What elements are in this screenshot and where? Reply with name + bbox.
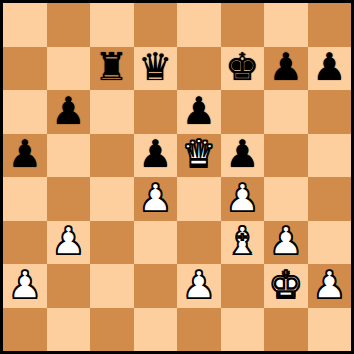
piece-black-king[interactable]: ♚ — [225, 48, 259, 86]
square-e2[interactable]: ♟ — [177, 264, 221, 308]
square-f2[interactable] — [221, 264, 265, 308]
square-a5[interactable]: ♟ — [3, 134, 47, 178]
piece-black-rook[interactable]: ♜ — [95, 48, 129, 86]
square-c5[interactable] — [90, 134, 134, 178]
square-g8[interactable] — [264, 3, 308, 47]
square-h4[interactable] — [308, 177, 352, 221]
square-d3[interactable] — [134, 221, 178, 265]
piece-white-pawn[interactable]: ♟ — [225, 179, 259, 217]
square-g3[interactable]: ♟ — [264, 221, 308, 265]
square-a8[interactable] — [3, 3, 47, 47]
square-c6[interactable] — [90, 90, 134, 134]
piece-white-queen[interactable]: ♛ — [182, 135, 216, 173]
square-a4[interactable] — [3, 177, 47, 221]
square-b2[interactable] — [47, 264, 91, 308]
square-h3[interactable] — [308, 221, 352, 265]
square-c3[interactable] — [90, 221, 134, 265]
square-g4[interactable] — [264, 177, 308, 221]
square-b5[interactable] — [47, 134, 91, 178]
square-e8[interactable] — [177, 3, 221, 47]
square-a3[interactable] — [3, 221, 47, 265]
piece-white-pawn[interactable]: ♟ — [51, 222, 85, 260]
square-d6[interactable] — [134, 90, 178, 134]
square-f7[interactable]: ♚ — [221, 47, 265, 91]
square-b6[interactable]: ♟ — [47, 90, 91, 134]
square-c2[interactable] — [90, 264, 134, 308]
piece-black-pawn[interactable]: ♟ — [51, 92, 85, 130]
square-e4[interactable] — [177, 177, 221, 221]
square-h6[interactable] — [308, 90, 352, 134]
piece-white-pawn[interactable]: ♟ — [312, 266, 346, 304]
square-d4[interactable]: ♟ — [134, 177, 178, 221]
square-c4[interactable] — [90, 177, 134, 221]
square-e5[interactable]: ♛ — [177, 134, 221, 178]
square-c8[interactable] — [90, 3, 134, 47]
piece-white-bishop[interactable]: ♝ — [225, 222, 259, 260]
square-g5[interactable] — [264, 134, 308, 178]
square-b4[interactable] — [47, 177, 91, 221]
square-e7[interactable] — [177, 47, 221, 91]
piece-black-pawn[interactable]: ♟ — [225, 135, 259, 173]
piece-white-king[interactable]: ♚ — [269, 266, 303, 304]
square-h1[interactable] — [308, 308, 352, 352]
square-f8[interactable] — [221, 3, 265, 47]
piece-black-queen[interactable]: ♛ — [138, 48, 172, 86]
square-d2[interactable] — [134, 264, 178, 308]
piece-white-pawn[interactable]: ♟ — [269, 222, 303, 260]
square-b7[interactable] — [47, 47, 91, 91]
piece-white-pawn[interactable]: ♟ — [138, 179, 172, 217]
square-g6[interactable] — [264, 90, 308, 134]
square-c1[interactable] — [90, 308, 134, 352]
square-d1[interactable] — [134, 308, 178, 352]
square-f5[interactable]: ♟ — [221, 134, 265, 178]
square-b3[interactable]: ♟ — [47, 221, 91, 265]
piece-black-pawn[interactable]: ♟ — [8, 135, 42, 173]
square-d5[interactable]: ♟ — [134, 134, 178, 178]
chess-board: ♜♛♚♟♟♟♟♟♟♛♟♟♟♟♝♟♟♟♚♟ — [3, 3, 351, 351]
square-a6[interactable] — [3, 90, 47, 134]
square-c7[interactable]: ♜ — [90, 47, 134, 91]
square-e3[interactable] — [177, 221, 221, 265]
piece-black-pawn[interactable]: ♟ — [269, 48, 303, 86]
chess-board-frame: ♜♛♚♟♟♟♟♟♟♛♟♟♟♟♝♟♟♟♚♟ — [0, 0, 354, 354]
square-g7[interactable]: ♟ — [264, 47, 308, 91]
square-a7[interactable] — [3, 47, 47, 91]
square-d7[interactable]: ♛ — [134, 47, 178, 91]
square-h2[interactable]: ♟ — [308, 264, 352, 308]
square-e1[interactable] — [177, 308, 221, 352]
square-b8[interactable] — [47, 3, 91, 47]
piece-black-pawn[interactable]: ♟ — [182, 92, 216, 130]
square-h5[interactable] — [308, 134, 352, 178]
square-g1[interactable] — [264, 308, 308, 352]
square-a2[interactable]: ♟ — [3, 264, 47, 308]
square-f6[interactable] — [221, 90, 265, 134]
piece-white-pawn[interactable]: ♟ — [182, 266, 216, 304]
square-d8[interactable] — [134, 3, 178, 47]
square-f1[interactable] — [221, 308, 265, 352]
square-h7[interactable]: ♟ — [308, 47, 352, 91]
piece-black-pawn[interactable]: ♟ — [138, 135, 172, 173]
piece-white-pawn[interactable]: ♟ — [8, 266, 42, 304]
square-f4[interactable]: ♟ — [221, 177, 265, 221]
square-h8[interactable] — [308, 3, 352, 47]
square-f3[interactable]: ♝ — [221, 221, 265, 265]
piece-black-pawn[interactable]: ♟ — [312, 48, 346, 86]
square-a1[interactable] — [3, 308, 47, 352]
square-e6[interactable]: ♟ — [177, 90, 221, 134]
square-b1[interactable] — [47, 308, 91, 352]
square-g2[interactable]: ♚ — [264, 264, 308, 308]
